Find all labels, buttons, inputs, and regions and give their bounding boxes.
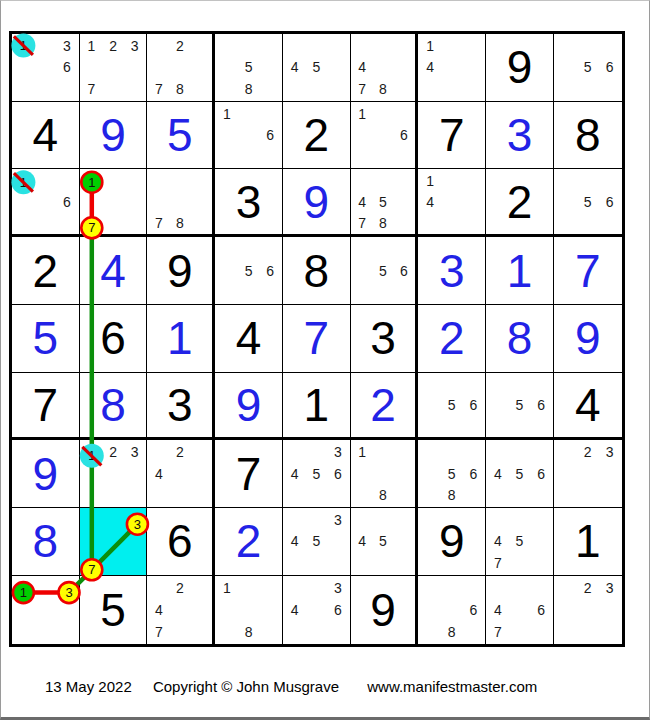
solved-digit: 7	[575, 248, 601, 294]
candidate-1: 1	[352, 103, 373, 125]
candidate-4: 4	[419, 57, 441, 79]
given-digit: 5	[100, 587, 126, 633]
sudoku-board: 3612372785845478149564951621673867839457…	[9, 31, 631, 653]
cell-r1c5[interactable]: 45	[283, 34, 351, 102]
candidate-3: 3	[124, 441, 146, 463]
candidate-8: 8	[441, 485, 463, 507]
candidate-5: 5	[306, 531, 328, 553]
candidates: 18	[352, 441, 415, 506]
given-digit: 4	[575, 382, 601, 428]
cell-r4c6[interactable]: 56	[351, 237, 419, 305]
candidate-8: 8	[373, 78, 394, 100]
cell-r7c3[interactable]: 24	[147, 440, 215, 508]
candidates: 278	[148, 35, 211, 100]
cell-r7c9[interactable]: 23	[554, 440, 622, 508]
given-digit: 9	[167, 248, 193, 294]
candidate-5: 5	[441, 395, 463, 416]
candidate-6: 6	[599, 191, 621, 212]
candidate-5: 5	[373, 260, 394, 282]
candidates: 18	[216, 577, 281, 643]
cell-r7c8[interactable]: 456	[486, 440, 554, 508]
given-digit: 3	[167, 382, 193, 428]
cell-r8c8[interactable]: 457	[486, 508, 554, 576]
cell-r3c9[interactable]: 56	[554, 169, 622, 237]
cell-r2c7[interactable]: 7	[418, 102, 486, 170]
cell-r7c1[interactable]: 9	[12, 440, 80, 508]
candidate-4: 4	[352, 531, 373, 553]
candidates: 16	[216, 103, 281, 168]
candidate-5: 5	[238, 57, 260, 79]
candidate-5: 5	[509, 395, 531, 416]
cell-r8c6[interactable]: 45	[351, 508, 419, 576]
candidate-3: 3	[327, 509, 349, 531]
candidates: 56	[352, 238, 415, 303]
cell-r6c8[interactable]: 56	[486, 373, 554, 441]
candidate-8: 8	[373, 212, 394, 233]
candidate-7: 7	[487, 552, 509, 574]
solved-digit: 9	[303, 179, 329, 225]
candidate-6: 6	[463, 599, 485, 621]
candidates: 456	[487, 441, 552, 506]
candidate-2: 2	[102, 441, 124, 463]
candidate-3: 3	[599, 441, 621, 463]
cell-r8c1[interactable]: 8	[12, 508, 80, 576]
cell-r5c3[interactable]: 1	[147, 305, 215, 373]
cell-r4c3[interactable]: 9	[147, 237, 215, 305]
candidate-6: 6	[530, 463, 552, 485]
cell-r8c7[interactable]: 9	[418, 508, 486, 576]
given-digit: 1	[575, 518, 601, 564]
candidate-3: 3	[327, 441, 349, 463]
cell-r1c6[interactable]: 478	[351, 34, 419, 102]
cell-r2c2[interactable]: 9	[80, 102, 148, 170]
cell-r8c5[interactable]: 345	[283, 508, 351, 576]
solved-digit: 9	[33, 451, 59, 497]
cell-r6c6[interactable]: 2	[351, 373, 419, 441]
footer-date: 13 May 2022	[45, 678, 132, 695]
candidate-1: 1	[352, 441, 373, 463]
candidates: 78	[148, 170, 211, 233]
candidate-8: 8	[169, 212, 190, 233]
candidate-5: 5	[577, 191, 599, 212]
candidates: 3456	[284, 441, 349, 506]
given-digit: 6	[100, 315, 126, 361]
candidates: 23	[555, 441, 621, 506]
cell-r5c7[interactable]: 2	[418, 305, 486, 373]
candidates: 56	[555, 170, 621, 233]
candidate-8: 8	[441, 621, 463, 643]
cell-r6c5[interactable]: 1	[283, 373, 351, 441]
given-digit: 2	[303, 112, 329, 158]
candidates: 467	[487, 577, 552, 643]
cell-r1c1[interactable]: 36	[12, 34, 80, 102]
candidates: 568	[419, 441, 484, 506]
candidates: 23	[555, 577, 621, 643]
candidate-7: 7	[148, 78, 169, 100]
cell-r3c8[interactable]: 2	[486, 169, 554, 237]
candidate-6: 6	[530, 395, 552, 416]
candidates: 68	[419, 577, 484, 643]
cell-r1c8[interactable]: 9	[486, 34, 554, 102]
candidate-3: 3	[124, 35, 146, 57]
candidates: 36	[13, 35, 78, 100]
given-digit: 8	[303, 248, 329, 294]
candidate-1: 1	[216, 103, 238, 125]
cell-r1c7[interactable]: 14	[418, 34, 486, 102]
candidate-8: 8	[238, 78, 260, 100]
candidate-2: 2	[169, 35, 190, 57]
page: { "game": "sudoku", "position": ".......…	[0, 0, 650, 720]
cell-r3c3[interactable]: 78	[147, 169, 215, 237]
candidate-5: 5	[373, 191, 394, 212]
cell-r5c6[interactable]: 3	[351, 305, 419, 373]
candidate-6: 6	[393, 260, 414, 282]
candidate-2: 2	[169, 577, 190, 599]
cell-r3c2[interactable]	[80, 169, 148, 237]
cell-r4c4[interactable]: 56	[215, 237, 283, 305]
solved-digit: 7	[303, 315, 329, 361]
solved-digit: 1	[507, 248, 533, 294]
cell-r9c4[interactable]: 18	[215, 576, 283, 644]
given-digit: 8	[575, 112, 601, 158]
cell-r8c9[interactable]: 1	[554, 508, 622, 576]
candidates: 345	[284, 509, 349, 574]
cell-r1c4[interactable]: 58	[215, 34, 283, 102]
cell-r5c9[interactable]: 9	[554, 305, 622, 373]
given-digit: 4	[236, 315, 262, 361]
cell-r5c4[interactable]: 4	[215, 305, 283, 373]
candidates: 56	[419, 374, 484, 437]
candidate-5: 5	[306, 463, 328, 485]
candidates: 23	[81, 441, 146, 506]
solved-digit: 5	[33, 315, 59, 361]
candidates: 56	[555, 35, 621, 100]
candidate-6: 6	[393, 124, 414, 146]
candidates: 247	[148, 577, 211, 643]
candidate-8: 8	[169, 78, 190, 100]
cell-r7c4[interactable]: 7	[215, 440, 283, 508]
cell-r9c5[interactable]: 346	[283, 576, 351, 644]
candidate-4: 4	[352, 191, 373, 212]
cell-r2c6[interactable]: 16	[351, 102, 419, 170]
candidate-4: 4	[487, 599, 509, 621]
cell-r3c1[interactable]: 6	[12, 169, 80, 237]
given-digit: 3	[236, 179, 262, 225]
given-digit: 2	[507, 179, 533, 225]
candidate-5: 5	[441, 463, 463, 485]
solved-digit: 2	[370, 382, 396, 428]
candidate-6: 6	[56, 191, 78, 212]
cell-r4c8[interactable]: 1	[486, 237, 554, 305]
cell-r6c3[interactable]: 3	[147, 373, 215, 441]
cell-r6c7[interactable]: 56	[418, 373, 486, 441]
candidate-7: 7	[487, 621, 509, 643]
footer: 13 May 2022 Copyright © John Musgrave ww…	[45, 678, 537, 695]
cell-r4c5[interactable]: 8	[283, 237, 351, 305]
candidate-4: 4	[284, 599, 306, 621]
candidate-4: 4	[352, 57, 373, 79]
candidates: 346	[284, 577, 349, 643]
candidate-7: 7	[148, 621, 169, 643]
cell-r1c2[interactable]: 1237	[80, 34, 148, 102]
candidates: 6	[13, 170, 78, 233]
cell-r7c2[interactable]: 23	[80, 440, 148, 508]
candidate-6: 6	[530, 599, 552, 621]
cell-r9c3[interactable]: 247	[147, 576, 215, 644]
cell-r5c5[interactable]: 7	[283, 305, 351, 373]
candidate-5: 5	[238, 260, 260, 282]
cell-r6c9[interactable]: 4	[554, 373, 622, 441]
candidate-6: 6	[259, 124, 281, 146]
cell-r9c7[interactable]: 68	[418, 576, 486, 644]
given-digit: 9	[507, 44, 533, 90]
solved-digit: 5	[167, 112, 193, 158]
candidate-7: 7	[352, 212, 373, 233]
solved-digit: 8	[507, 315, 533, 361]
given-digit: 9	[439, 518, 465, 564]
candidates: 14	[419, 170, 484, 233]
cell-r2c8[interactable]: 3	[486, 102, 554, 170]
cell-r3c4[interactable]: 3	[215, 169, 283, 237]
solved-digit: 9	[236, 382, 262, 428]
cell-r9c9[interactable]: 23	[554, 576, 622, 644]
candidate-1: 1	[81, 35, 103, 57]
solved-digit: 8	[33, 518, 59, 564]
candidate-4: 4	[487, 531, 509, 553]
candidate-3: 3	[599, 577, 621, 599]
given-digit: 7	[33, 382, 59, 428]
candidates: 16	[352, 103, 415, 168]
solved-digit: 9	[100, 112, 126, 158]
candidate-2: 2	[577, 577, 599, 599]
candidates: 58	[216, 35, 281, 100]
given-digit: 7	[236, 451, 262, 497]
candidate-8: 8	[373, 485, 394, 507]
cell-r2c5[interactable]: 2	[283, 102, 351, 170]
cell-r7c7[interactable]: 568	[418, 440, 486, 508]
cell-r6c4[interactable]: 9	[215, 373, 283, 441]
candidate-2: 2	[102, 35, 124, 57]
candidates: 4578	[352, 170, 415, 233]
candidate-3: 3	[327, 577, 349, 599]
candidate-6: 6	[463, 463, 485, 485]
candidate-6: 6	[327, 599, 349, 621]
cell-r9c2[interactable]: 5	[80, 576, 148, 644]
solved-digit: 4	[100, 248, 126, 294]
solved-digit: 9	[575, 315, 601, 361]
cell-r2c3[interactable]: 5	[147, 102, 215, 170]
candidate-4: 4	[148, 463, 169, 485]
cell-r4c1[interactable]: 2	[12, 237, 80, 305]
candidate-5: 5	[577, 57, 599, 79]
solved-digit: 3	[439, 248, 465, 294]
solved-digit: 2	[439, 315, 465, 361]
footer-website[interactable]: www.manifestmaster.com	[367, 678, 537, 695]
cell-r5c2[interactable]: 6	[80, 305, 148, 373]
candidate-1: 1	[419, 35, 441, 57]
candidate-6: 6	[259, 260, 281, 282]
candidates: 56	[487, 374, 552, 437]
given-digit: 4	[33, 112, 59, 158]
candidates: 45	[284, 35, 349, 100]
candidates: 1237	[81, 35, 146, 100]
cell-r3c6[interactable]: 4578	[351, 169, 419, 237]
cell-r9c1[interactable]	[12, 576, 80, 644]
cell-r2c4[interactable]: 16	[215, 102, 283, 170]
cell-r4c9[interactable]: 7	[554, 237, 622, 305]
candidate-1: 1	[419, 170, 441, 191]
solved-digit: 8	[100, 382, 126, 428]
candidate-2: 2	[577, 441, 599, 463]
candidates: 14	[419, 35, 484, 100]
cell-r3c5[interactable]: 9	[283, 169, 351, 237]
cell-r1c3[interactable]: 278	[147, 34, 215, 102]
cell-r2c1[interactable]: 4	[12, 102, 80, 170]
candidate-6: 6	[327, 463, 349, 485]
candidate-3: 3	[56, 35, 78, 57]
candidate-6: 6	[56, 57, 78, 79]
cell-r7c6[interactable]: 18	[351, 440, 419, 508]
cell-r6c2[interactable]: 8	[80, 373, 148, 441]
candidate-5: 5	[306, 57, 328, 79]
solved-digit: 3	[507, 112, 533, 158]
given-digit: 2	[33, 248, 59, 294]
cell-r8c3[interactable]: 6	[147, 508, 215, 576]
given-digit: 7	[439, 112, 465, 158]
candidate-5: 5	[509, 463, 531, 485]
candidates: 478	[352, 35, 415, 100]
candidate-7: 7	[81, 78, 103, 100]
sudoku-grid: 3612372785845478149564951621673867839457…	[9, 31, 625, 647]
cell-r4c2[interactable]: 4	[80, 237, 148, 305]
candidates: 56	[216, 238, 281, 303]
candidate-2: 2	[169, 441, 190, 463]
cell-r9c6[interactable]: 9	[351, 576, 419, 644]
given-digit: 3	[370, 315, 396, 361]
candidate-1: 1	[216, 577, 238, 599]
cell-r2c9[interactable]: 8	[554, 102, 622, 170]
solved-digit: 1	[167, 315, 193, 361]
candidate-6: 6	[463, 395, 485, 416]
candidates: 45	[352, 509, 415, 574]
cell-r6c1[interactable]: 7	[12, 373, 80, 441]
candidate-4: 4	[487, 463, 509, 485]
candidate-4: 4	[284, 57, 306, 79]
cell-r8c2[interactable]	[80, 508, 148, 576]
candidates: 457	[487, 509, 552, 574]
cell-r5c1[interactable]: 5	[12, 305, 80, 373]
cell-r7c5[interactable]: 3456	[283, 440, 351, 508]
given-digit: 9	[370, 587, 396, 633]
candidate-4: 4	[148, 599, 169, 621]
cell-r5c8[interactable]: 8	[486, 305, 554, 373]
cell-r3c7[interactable]: 14	[418, 169, 486, 237]
candidate-6: 6	[599, 57, 621, 79]
candidate-8: 8	[238, 621, 260, 643]
cell-r1c9[interactable]: 56	[554, 34, 622, 102]
candidate-7: 7	[352, 78, 373, 100]
candidate-7: 7	[148, 212, 169, 233]
candidate-4: 4	[419, 191, 441, 212]
solved-digit: 2	[236, 518, 262, 564]
cell-r8c4[interactable]: 2	[215, 508, 283, 576]
cell-r4c7[interactable]: 3	[418, 237, 486, 305]
candidate-4: 4	[284, 463, 306, 485]
given-digit: 1	[303, 382, 329, 428]
cell-r9c8[interactable]: 467	[486, 576, 554, 644]
given-digit: 6	[167, 518, 193, 564]
candidate-5: 5	[509, 531, 531, 553]
footer-copyright: Copyright © John Musgrave	[153, 678, 339, 695]
candidates: 24	[148, 441, 211, 506]
candidate-4: 4	[284, 531, 306, 553]
candidate-5: 5	[373, 531, 394, 553]
